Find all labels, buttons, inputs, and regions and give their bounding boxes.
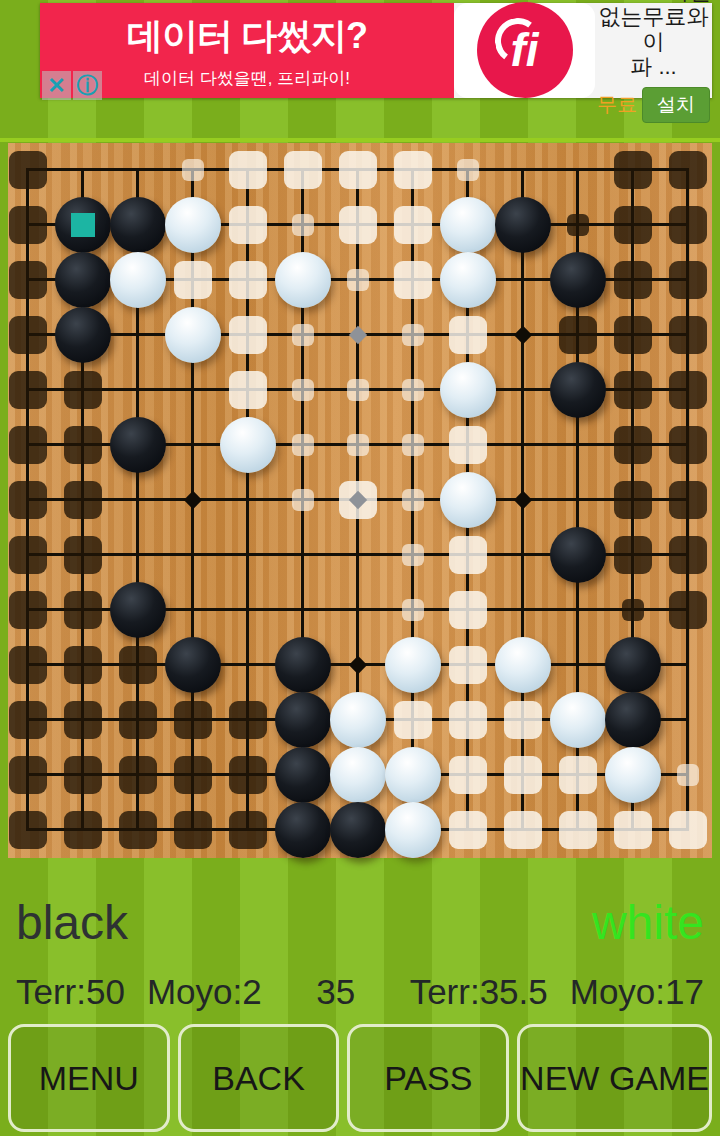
board-point-9-2[interactable] xyxy=(496,253,551,308)
board-point-0-9[interactable] xyxy=(1,638,56,693)
board-point-9-4[interactable] xyxy=(496,363,551,418)
board-point-5-3[interactable] xyxy=(276,308,331,363)
white-territory-marker xyxy=(347,434,369,456)
board-point-2-4[interactable] xyxy=(111,363,166,418)
board-point-7-0[interactable] xyxy=(386,143,441,198)
score-bar: Terr:50 Moyo:2 35 Terr:35.5 Moyo:17 xyxy=(0,972,720,1012)
board-point-3-11[interactable] xyxy=(166,748,221,803)
ad-logo: fi xyxy=(454,3,595,98)
board-point-8-10[interactable] xyxy=(441,693,496,748)
board-point-6-3[interactable] xyxy=(331,308,386,363)
board-point-7-5[interactable] xyxy=(386,418,441,473)
board-point-1-10[interactable] xyxy=(56,693,111,748)
board-point-2-5[interactable] xyxy=(111,418,166,473)
board-point-4-0[interactable] xyxy=(221,143,276,198)
board-point-7-6[interactable] xyxy=(386,473,441,528)
white-stone xyxy=(110,252,166,308)
board-point-5-10[interactable] xyxy=(276,693,331,748)
go-board xyxy=(8,143,712,858)
board-point-10-9[interactable] xyxy=(551,638,606,693)
white-stone xyxy=(385,637,441,693)
board-point-6-12[interactable] xyxy=(331,803,386,858)
board-point-4-10[interactable] xyxy=(221,693,276,748)
board-point-8-2[interactable] xyxy=(441,253,496,308)
board-point-2-0[interactable] xyxy=(111,143,166,198)
board-point-11-2[interactable] xyxy=(606,253,661,308)
board-point-1-6[interactable] xyxy=(56,473,111,528)
board-point-0-12[interactable] xyxy=(1,803,56,858)
board-point-9-3[interactable] xyxy=(496,308,551,363)
board-point-5-5[interactable] xyxy=(276,418,331,473)
board-point-7-3[interactable] xyxy=(386,308,441,363)
board-point-4-5[interactable] xyxy=(221,418,276,473)
board-point-5-11[interactable] xyxy=(276,748,331,803)
board-point-8-7[interactable] xyxy=(441,528,496,583)
board-point-12-3[interactable] xyxy=(661,308,716,363)
white-territory-marker xyxy=(292,379,314,401)
board-point-10-12[interactable] xyxy=(551,803,606,858)
board-point-11-6[interactable] xyxy=(606,473,661,528)
back-button[interactable]: BACK xyxy=(178,1024,340,1132)
white-territory-marker xyxy=(229,316,267,354)
black-territory-marker xyxy=(119,646,157,684)
board-point-0-3[interactable] xyxy=(1,308,56,363)
board-point-5-12[interactable] xyxy=(276,803,331,858)
black-territory-marker xyxy=(9,701,47,739)
board-point-11-8[interactable] xyxy=(606,583,661,638)
board-point-2-12[interactable] xyxy=(111,803,166,858)
board-point-1-2[interactable] xyxy=(56,253,111,308)
board-point-10-1[interactable] xyxy=(551,198,606,253)
ad-subline: 데이터 다썼을땐, 프리파이! xyxy=(144,67,350,90)
black-territory-marker xyxy=(669,426,707,464)
board-point-2-8[interactable] xyxy=(111,583,166,638)
board-point-7-4[interactable] xyxy=(386,363,441,418)
black-territory-marker xyxy=(119,701,157,739)
board-point-6-0[interactable] xyxy=(331,143,386,198)
black-territory-marker xyxy=(64,536,102,574)
black-territory-marker xyxy=(9,756,47,794)
board-point-12-4[interactable] xyxy=(661,363,716,418)
black-territory-marker xyxy=(669,481,707,519)
board-point-0-8[interactable] xyxy=(1,583,56,638)
black-territory-marker xyxy=(622,599,644,621)
white-territory-marker xyxy=(394,701,432,739)
board-point-12-1[interactable] xyxy=(661,198,716,253)
white-territory-marker xyxy=(402,434,424,456)
white-territory-marker xyxy=(347,379,369,401)
black-territory-marker xyxy=(64,701,102,739)
black-territory-marker xyxy=(669,591,707,629)
board-point-3-6[interactable] xyxy=(166,473,221,528)
board-point-3-4[interactable] xyxy=(166,363,221,418)
board-point-1-12[interactable] xyxy=(56,803,111,858)
white-stone xyxy=(440,472,496,528)
board-point-0-7[interactable] xyxy=(1,528,56,583)
black-stone xyxy=(495,197,551,253)
board-point-8-11[interactable] xyxy=(441,748,496,803)
board-point-7-12[interactable] xyxy=(386,803,441,858)
board-point-1-0[interactable] xyxy=(56,143,111,198)
board-point-7-9[interactable] xyxy=(386,638,441,693)
hoshi-point xyxy=(349,326,367,344)
ad-right-panel: FreeFi-비번없는무료와이 파 ... 무료 설치 xyxy=(595,3,712,98)
last-move-marker xyxy=(71,213,95,237)
board-point-7-1[interactable] xyxy=(386,198,441,253)
board-point-6-11[interactable] xyxy=(331,748,386,803)
black-territory-marker xyxy=(669,261,707,299)
black-territory-marker xyxy=(174,811,212,849)
board-point-8-9[interactable] xyxy=(441,638,496,693)
board-point-11-4[interactable] xyxy=(606,363,661,418)
board-point-0-1[interactable] xyxy=(1,198,56,253)
board-point-9-10[interactable] xyxy=(496,693,551,748)
board-point-12-12[interactable] xyxy=(661,803,716,858)
board-point-8-3[interactable] xyxy=(441,308,496,363)
board-point-5-6[interactable] xyxy=(276,473,331,528)
black-territory-marker xyxy=(229,756,267,794)
white-territory-marker xyxy=(402,324,424,346)
black-territory-marker xyxy=(614,151,652,189)
board-point-5-1[interactable] xyxy=(276,198,331,253)
black-stone xyxy=(55,307,111,363)
board-point-3-7[interactable] xyxy=(166,528,221,583)
ad-title-line2: 파 ... xyxy=(595,54,712,79)
board-point-3-12[interactable] xyxy=(166,803,221,858)
board-point-1-7[interactable] xyxy=(56,528,111,583)
board-point-9-8[interactable] xyxy=(496,583,551,638)
black-stone xyxy=(110,197,166,253)
black-moyo-score: Moyo:2 xyxy=(147,972,262,1012)
board-point-11-10[interactable] xyxy=(606,693,661,748)
board-point-11-9[interactable] xyxy=(606,638,661,693)
white-stone xyxy=(385,802,441,858)
white-territory-marker xyxy=(449,811,487,849)
board-point-6-5[interactable] xyxy=(331,418,386,473)
black-territory-marker xyxy=(119,811,157,849)
ad-install-button[interactable]: 설치 xyxy=(642,87,710,123)
white-stone xyxy=(440,197,496,253)
black-territory-marker xyxy=(669,316,707,354)
board-point-2-7[interactable] xyxy=(111,528,166,583)
white-territory-marker xyxy=(394,151,432,189)
black-stone xyxy=(275,802,331,858)
board-point-10-11[interactable] xyxy=(551,748,606,803)
board-point-9-12[interactable] xyxy=(496,803,551,858)
white-territory-marker xyxy=(457,159,479,181)
board-point-0-10[interactable] xyxy=(1,693,56,748)
white-territory-marker xyxy=(394,261,432,299)
white-moyo-score: Moyo:17 xyxy=(570,972,704,1012)
ad-info-icon[interactable]: ⓘ xyxy=(73,71,102,100)
board-point-8-1[interactable] xyxy=(441,198,496,253)
board-point-11-11[interactable] xyxy=(606,748,661,803)
white-territory-marker xyxy=(559,756,597,794)
black-territory-marker xyxy=(9,646,47,684)
white-stone xyxy=(605,747,661,803)
white-territory-marker xyxy=(229,371,267,409)
white-stone xyxy=(385,747,441,803)
board-point-9-1[interactable] xyxy=(496,198,551,253)
board-point-6-8[interactable] xyxy=(331,583,386,638)
board-point-7-10[interactable] xyxy=(386,693,441,748)
white-territory-marker xyxy=(292,434,314,456)
black-stone xyxy=(110,417,166,473)
white-player-label: white xyxy=(592,895,704,950)
board-point-7-7[interactable] xyxy=(386,528,441,583)
board-point-4-3[interactable] xyxy=(221,308,276,363)
white-territory-marker xyxy=(449,591,487,629)
freefi-logo-icon: fi xyxy=(477,2,573,98)
board-point-9-7[interactable] xyxy=(496,528,551,583)
board-point-8-4[interactable] xyxy=(441,363,496,418)
black-territory-marker xyxy=(614,371,652,409)
board-point-10-5[interactable] xyxy=(551,418,606,473)
black-territory-marker xyxy=(9,811,47,849)
white-stone xyxy=(165,197,221,253)
white-territory-marker xyxy=(449,646,487,684)
board-point-9-0[interactable] xyxy=(496,143,551,198)
board-point-3-3[interactable] xyxy=(166,308,221,363)
black-territory-marker xyxy=(64,371,102,409)
black-territory-marker xyxy=(614,426,652,464)
black-stone xyxy=(275,692,331,748)
white-territory-marker xyxy=(504,756,542,794)
white-territory-marker xyxy=(402,599,424,621)
board-point-3-5[interactable] xyxy=(166,418,221,473)
black-stone xyxy=(605,692,661,748)
white-territory-marker xyxy=(504,811,542,849)
board-point-2-1[interactable] xyxy=(111,198,166,253)
board-point-2-9[interactable] xyxy=(111,638,166,693)
white-stone xyxy=(440,252,496,308)
board-point-4-8[interactable] xyxy=(221,583,276,638)
black-territory-marker xyxy=(64,811,102,849)
board-point-11-0[interactable] xyxy=(606,143,661,198)
black-territory-marker xyxy=(9,536,47,574)
black-territory-marker xyxy=(64,481,102,519)
board-point-3-9[interactable] xyxy=(166,638,221,693)
board-point-10-2[interactable] xyxy=(551,253,606,308)
board-point-0-4[interactable] xyxy=(1,363,56,418)
board-point-4-11[interactable] xyxy=(221,748,276,803)
board-point-7-11[interactable] xyxy=(386,748,441,803)
board-point-3-1[interactable] xyxy=(166,198,221,253)
black-territory-marker xyxy=(64,646,102,684)
menu-button[interactable]: MENU xyxy=(8,1024,170,1132)
board-point-1-9[interactable] xyxy=(56,638,111,693)
white-territory-marker xyxy=(347,269,369,291)
white-territory-marker xyxy=(292,489,314,511)
new-game-button[interactable]: NEW GAME xyxy=(517,1024,712,1132)
board-point-12-7[interactable] xyxy=(661,528,716,583)
white-territory-marker xyxy=(284,151,322,189)
black-territory-marker xyxy=(669,371,707,409)
board-point-3-10[interactable] xyxy=(166,693,221,748)
separator-line xyxy=(0,138,720,142)
board-point-6-2[interactable] xyxy=(331,253,386,308)
board-point-6-4[interactable] xyxy=(331,363,386,418)
board-point-11-5[interactable] xyxy=(606,418,661,473)
board-point-10-8[interactable] xyxy=(551,583,606,638)
board-point-11-1[interactable] xyxy=(606,198,661,253)
board-point-2-10[interactable] xyxy=(111,693,166,748)
board-point-1-5[interactable] xyxy=(56,418,111,473)
black-territory-marker xyxy=(9,316,47,354)
white-stone xyxy=(440,362,496,418)
black-territory-marker xyxy=(614,481,652,519)
board-point-12-6[interactable] xyxy=(661,473,716,528)
board-point-1-1[interactable] xyxy=(56,198,111,253)
board-point-3-8[interactable] xyxy=(166,583,221,638)
board-point-2-3[interactable] xyxy=(111,308,166,363)
board-point-8-5[interactable] xyxy=(441,418,496,473)
board-point-11-7[interactable] xyxy=(606,528,661,583)
board-point-8-0[interactable] xyxy=(441,143,496,198)
board-point-4-2[interactable] xyxy=(221,253,276,308)
black-stone xyxy=(275,747,331,803)
black-territory-marker xyxy=(64,426,102,464)
board-point-6-1[interactable] xyxy=(331,198,386,253)
board-point-10-4[interactable] xyxy=(551,363,606,418)
pass-button[interactable]: PASS xyxy=(347,1024,509,1132)
black-territory-marker xyxy=(9,591,47,629)
board-point-2-6[interactable] xyxy=(111,473,166,528)
white-territory-marker xyxy=(292,214,314,236)
board-point-12-11[interactable] xyxy=(661,748,716,803)
board-point-12-0[interactable] xyxy=(661,143,716,198)
board-point-5-9[interactable] xyxy=(276,638,331,693)
black-stone xyxy=(550,527,606,583)
board-point-4-7[interactable] xyxy=(221,528,276,583)
white-territory-marker xyxy=(174,261,212,299)
black-territory-marker xyxy=(9,206,47,244)
white-territory-marker xyxy=(504,701,542,739)
white-territory-marker xyxy=(449,756,487,794)
white-territory-marker xyxy=(339,151,377,189)
board-point-9-11[interactable] xyxy=(496,748,551,803)
ad-close-icon[interactable]: ✕ xyxy=(42,71,71,100)
black-territory-marker xyxy=(559,316,597,354)
white-territory-marker xyxy=(402,544,424,566)
white-territory-marker xyxy=(229,206,267,244)
board-point-5-2[interactable] xyxy=(276,253,331,308)
black-territory-marker xyxy=(614,261,652,299)
black-stone xyxy=(605,637,661,693)
board-point-9-6[interactable] xyxy=(496,473,551,528)
board-point-12-9[interactable] xyxy=(661,638,716,693)
board-point-4-6[interactable] xyxy=(221,473,276,528)
white-stone xyxy=(165,307,221,363)
board-point-1-4[interactable] xyxy=(56,363,111,418)
white-territory-marker xyxy=(669,811,707,849)
board-point-10-6[interactable] xyxy=(551,473,606,528)
board-point-7-8[interactable] xyxy=(386,583,441,638)
board-point-10-0[interactable] xyxy=(551,143,606,198)
board-point-8-12[interactable] xyxy=(441,803,496,858)
board-point-3-2[interactable] xyxy=(166,253,221,308)
board-point-6-7[interactable] xyxy=(331,528,386,583)
black-territory-marker xyxy=(9,371,47,409)
black-stone xyxy=(275,637,331,693)
board-point-6-6[interactable] xyxy=(331,473,386,528)
ad-banner[interactable]: 데이터 다썼지? 데이터 다썼을땐, 프리파이! fi FreeFi-비번없는무… xyxy=(40,3,712,98)
black-stone xyxy=(550,362,606,418)
board-point-6-10[interactable] xyxy=(331,693,386,748)
black-player-label: black xyxy=(16,895,128,950)
black-territory-marker xyxy=(669,151,707,189)
board-point-11-12[interactable] xyxy=(606,803,661,858)
board-point-6-9[interactable] xyxy=(331,638,386,693)
white-territory-marker xyxy=(614,811,652,849)
board-point-10-7[interactable] xyxy=(551,528,606,583)
black-stone xyxy=(330,802,386,858)
board-point-2-11[interactable] xyxy=(111,748,166,803)
board-point-10-10[interactable] xyxy=(551,693,606,748)
board-point-10-3[interactable] xyxy=(551,308,606,363)
board-point-12-5[interactable] xyxy=(661,418,716,473)
black-territory-marker xyxy=(174,756,212,794)
board-point-4-12[interactable] xyxy=(221,803,276,858)
white-territory-marker xyxy=(677,764,699,786)
black-territory-marker xyxy=(9,481,47,519)
ad-title-line1: FreeFi-비번없는무료와이 xyxy=(595,0,712,54)
board-point-11-3[interactable] xyxy=(606,308,661,363)
board-point-1-11[interactable] xyxy=(56,748,111,803)
board-point-0-11[interactable] xyxy=(1,748,56,803)
board-point-5-8[interactable] xyxy=(276,583,331,638)
white-stone xyxy=(330,747,386,803)
board-point-1-3[interactable] xyxy=(56,308,111,363)
black-territory-marker xyxy=(9,151,47,189)
white-territory-marker xyxy=(182,159,204,181)
ad-title: FreeFi-비번없는무료와이 파 ... xyxy=(595,0,712,79)
board-point-3-0[interactable] xyxy=(166,143,221,198)
white-territory-marker xyxy=(339,206,377,244)
black-territory-marker xyxy=(229,811,267,849)
board-point-7-2[interactable] xyxy=(386,253,441,308)
board-point-9-9[interactable] xyxy=(496,638,551,693)
black-territory-marker xyxy=(174,701,212,739)
board-point-8-8[interactable] xyxy=(441,583,496,638)
board-point-0-2[interactable] xyxy=(1,253,56,308)
board-point-5-7[interactable] xyxy=(276,528,331,583)
hoshi-point xyxy=(184,491,202,509)
white-territory-marker xyxy=(229,261,267,299)
ad-headline: 데이터 다썼지? xyxy=(127,12,367,61)
board-point-0-0[interactable] xyxy=(1,143,56,198)
white-territory-score: Terr:35.5 xyxy=(410,972,548,1012)
board-point-5-0[interactable] xyxy=(276,143,331,198)
center-score: 35 xyxy=(316,972,355,1012)
black-territory-marker xyxy=(64,756,102,794)
board-point-0-5[interactable] xyxy=(1,418,56,473)
board-point-12-2[interactable] xyxy=(661,253,716,308)
board-point-12-8[interactable] xyxy=(661,583,716,638)
board-point-2-2[interactable] xyxy=(111,253,166,308)
board-point-4-9[interactable] xyxy=(221,638,276,693)
white-territory-marker xyxy=(449,536,487,574)
black-territory-marker xyxy=(614,206,652,244)
board-point-12-10[interactable] xyxy=(661,693,716,748)
board-point-9-5[interactable] xyxy=(496,418,551,473)
board-point-5-4[interactable] xyxy=(276,363,331,418)
board-point-4-4[interactable] xyxy=(221,363,276,418)
board-point-1-8[interactable] xyxy=(56,583,111,638)
board-point-4-1[interactable] xyxy=(221,198,276,253)
board-point-8-6[interactable] xyxy=(441,473,496,528)
board-point-0-6[interactable] xyxy=(1,473,56,528)
